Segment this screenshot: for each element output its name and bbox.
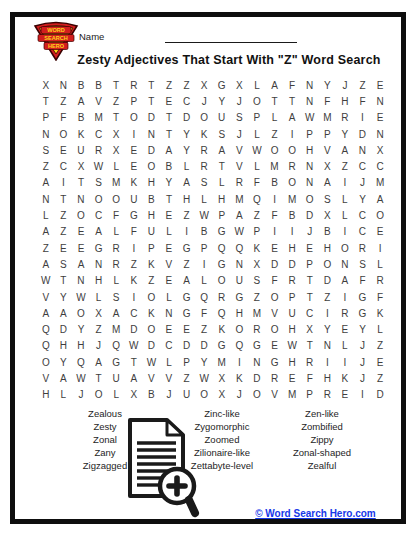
grid-cell-r16c10[interactable]: Z <box>195 321 213 337</box>
grid-cell-r16c9[interactable]: E <box>178 321 196 337</box>
grid-cell-r5c17[interactable]: V <box>319 142 337 158</box>
grid-cell-r19c8[interactable]: V <box>160 370 178 386</box>
grid-cell-r6c3[interactable]: X <box>72 158 90 174</box>
grid-cell-r3c19[interactable]: I <box>354 110 372 126</box>
grid-cell-r6c16[interactable]: N <box>301 158 319 174</box>
grid-cell-r10c13[interactable]: P <box>248 224 266 240</box>
grid-cell-r2c2[interactable]: Z <box>55 93 73 109</box>
grid-cell-r7c20[interactable]: M <box>371 175 389 191</box>
grid-cell-r4c16[interactable]: P <box>301 126 319 142</box>
grid-cell-r5c14[interactable]: O <box>266 142 284 158</box>
grid-cell-r11c18[interactable]: O <box>336 240 354 256</box>
grid-cell-r16c17[interactable]: Y <box>319 321 337 337</box>
grid-cell-r11c9[interactable]: G <box>178 240 196 256</box>
grid-cell-r15c15[interactable]: U <box>283 305 301 321</box>
grid-cell-r19c2[interactable]: A <box>55 370 73 386</box>
grid-cell-r11c5[interactable]: R <box>107 240 125 256</box>
grid-cell-r16c8[interactable]: E <box>160 321 178 337</box>
grid-cell-r20c12[interactable]: J <box>231 387 249 403</box>
grid-cell-r10c15[interactable]: I <box>283 224 301 240</box>
grid-cell-r3c10[interactable]: O <box>195 110 213 126</box>
grid-cell-r18c12[interactable]: I <box>231 354 249 370</box>
grid-cell-r12c9[interactable]: Z <box>178 256 196 272</box>
grid-cell-r8c2[interactable]: T <box>55 191 73 207</box>
grid-cell-r8c8[interactable]: T <box>160 191 178 207</box>
grid-cell-r8c16[interactable]: O <box>301 191 319 207</box>
grid-cell-r1c5[interactable]: T <box>107 77 125 93</box>
grid-cell-r4c19[interactable]: D <box>354 126 372 142</box>
grid-cell-r2c20[interactable]: N <box>371 93 389 109</box>
grid-cell-r16c6[interactable]: D <box>125 321 143 337</box>
grid-cell-r10c6[interactable]: F <box>125 224 143 240</box>
grid-cell-r6c1[interactable]: Z <box>37 158 55 174</box>
grid-cell-r1c13[interactable]: L <box>248 77 266 93</box>
grid-cell-r12c2[interactable]: S <box>55 256 73 272</box>
grid-cell-r3c18[interactable]: R <box>336 110 354 126</box>
grid-cell-r1c1[interactable]: X <box>37 77 55 93</box>
grid-cell-r4c14[interactable]: Z <box>266 126 284 142</box>
grid-cell-r11c19[interactable]: R <box>354 240 372 256</box>
grid-cell-r10c11[interactable]: G <box>213 224 231 240</box>
grid-cell-r16c20[interactable]: L <box>371 321 389 337</box>
grid-cell-r9c16[interactable]: D <box>301 207 319 223</box>
grid-cell-r7c18[interactable]: I <box>336 175 354 191</box>
grid-cell-r7c13[interactable]: F <box>248 175 266 191</box>
grid-cell-r9c17[interactable]: X <box>319 207 337 223</box>
grid-cell-r6c4[interactable]: W <box>90 158 108 174</box>
grid-cell-r15c1[interactable]: A <box>37 305 55 321</box>
grid-cell-r17c14[interactable]: E <box>266 338 284 354</box>
grid-cell-r15c2[interactable]: A <box>55 305 73 321</box>
grid-cell-r2c13[interactable]: O <box>248 93 266 109</box>
grid-cell-r5c5[interactable]: X <box>107 142 125 158</box>
grid-cell-r7c4[interactable]: S <box>90 175 108 191</box>
grid-cell-r11c16[interactable]: E <box>301 240 319 256</box>
grid-cell-r13c18[interactable]: A <box>336 273 354 289</box>
grid-cell-r7c5[interactable]: M <box>107 175 125 191</box>
grid-cell-r3c9[interactable]: D <box>178 110 196 126</box>
grid-cell-r11c4[interactable]: G <box>90 240 108 256</box>
grid-cell-r12c4[interactable]: N <box>90 256 108 272</box>
grid-cell-r12c16[interactable]: P <box>301 256 319 272</box>
grid-cell-r5c20[interactable]: X <box>371 142 389 158</box>
grid-cell-r15c20[interactable]: K <box>371 305 389 321</box>
grid-cell-r8c11[interactable]: H <box>213 191 231 207</box>
grid-cell-r8c3[interactable]: N <box>72 191 90 207</box>
grid-cell-r11c11[interactable]: Q <box>213 240 231 256</box>
grid-cell-r4c8[interactable]: T <box>160 126 178 142</box>
grid-cell-r1c18[interactable]: J <box>336 77 354 93</box>
grid-cell-r11c10[interactable]: P <box>195 240 213 256</box>
grid-cell-r3c2[interactable]: F <box>55 110 73 126</box>
grid-cell-r15c11[interactable]: Q <box>213 305 231 321</box>
grid-cell-r13c14[interactable]: F <box>266 273 284 289</box>
grid-cell-r7c12[interactable]: R <box>231 175 249 191</box>
grid-cell-r17c8[interactable]: C <box>160 338 178 354</box>
grid-cell-r6c10[interactable]: R <box>195 158 213 174</box>
grid-cell-r18c6[interactable]: T <box>125 354 143 370</box>
grid-cell-r14c8[interactable]: L <box>160 289 178 305</box>
grid-cell-r14c5[interactable]: S <box>107 289 125 305</box>
grid-cell-r7c14[interactable]: B <box>266 175 284 191</box>
grid-cell-r17c2[interactable]: H <box>55 338 73 354</box>
grid-cell-r2c16[interactable]: N <box>301 93 319 109</box>
grid-cell-r19c13[interactable]: D <box>248 370 266 386</box>
grid-cell-r20c20[interactable]: D <box>371 387 389 403</box>
grid-cell-r10c9[interactable]: I <box>178 224 196 240</box>
grid-cell-r7c3[interactable]: T <box>72 175 90 191</box>
grid-cell-r10c8[interactable]: L <box>160 224 178 240</box>
grid-cell-r1c6[interactable]: R <box>125 77 143 93</box>
grid-cell-r1c15[interactable]: F <box>283 77 301 93</box>
grid-cell-r18c7[interactable]: W <box>143 354 161 370</box>
grid-cell-r14c6[interactable]: I <box>125 289 143 305</box>
grid-cell-r8c1[interactable]: N <box>37 191 55 207</box>
grid-cell-r5c15[interactable]: O <box>283 142 301 158</box>
grid-cell-r9c8[interactable]: E <box>160 207 178 223</box>
grid-cell-r14c20[interactable]: F <box>371 289 389 305</box>
grid-cell-r6c20[interactable]: C <box>371 158 389 174</box>
grid-cell-r18c10[interactable]: Y <box>195 354 213 370</box>
grid-cell-r17c11[interactable]: G <box>213 338 231 354</box>
grid-cell-r8c9[interactable]: H <box>178 191 196 207</box>
grid-cell-r4c2[interactable]: O <box>55 126 73 142</box>
grid-cell-r11c3[interactable]: E <box>72 240 90 256</box>
grid-cell-r6c11[interactable]: T <box>213 158 231 174</box>
grid-cell-r20c1[interactable]: H <box>37 387 55 403</box>
grid-cell-r3c16[interactable]: W <box>301 110 319 126</box>
grid-cell-r15c5[interactable]: A <box>107 305 125 321</box>
grid-cell-r9c5[interactable]: F <box>107 207 125 223</box>
grid-cell-r4c11[interactable]: S <box>213 126 231 142</box>
grid-cell-r9c10[interactable]: W <box>195 207 213 223</box>
grid-cell-r18c15[interactable]: H <box>283 354 301 370</box>
grid-cell-r14c10[interactable]: Q <box>195 289 213 305</box>
grid-cell-r18c5[interactable]: G <box>107 354 125 370</box>
grid-cell-r14c13[interactable]: Z <box>248 289 266 305</box>
grid-cell-r16c13[interactable]: R <box>248 321 266 337</box>
grid-cell-r5c3[interactable]: U <box>72 142 90 158</box>
grid-cell-r17c5[interactable]: Q <box>107 338 125 354</box>
grid-cell-r19c20[interactable]: Z <box>371 370 389 386</box>
grid-cell-r4c3[interactable]: K <box>72 126 90 142</box>
grid-cell-r11c7[interactable]: P <box>143 240 161 256</box>
grid-cell-r12c5[interactable]: R <box>107 256 125 272</box>
grid-cell-r1c9[interactable]: Z <box>178 77 196 93</box>
grid-cell-r3c6[interactable]: O <box>125 110 143 126</box>
grid-cell-r2c5[interactable]: Z <box>107 93 125 109</box>
grid-cell-r8c17[interactable]: S <box>319 191 337 207</box>
grid-cell-r17c3[interactable]: H <box>72 338 90 354</box>
grid-cell-r10c5[interactable]: L <box>107 224 125 240</box>
grid-cell-r5c11[interactable]: A <box>213 142 231 158</box>
grid-cell-r3c8[interactable]: T <box>160 110 178 126</box>
grid-cell-r3c12[interactable]: S <box>231 110 249 126</box>
grid-cell-r17c12[interactable]: Q <box>231 338 249 354</box>
grid-cell-r4c9[interactable]: Y <box>178 126 196 142</box>
grid-cell-r19c3[interactable]: W <box>72 370 90 386</box>
grid-cell-r18c18[interactable]: I <box>336 354 354 370</box>
grid-cell-r10c7[interactable]: U <box>143 224 161 240</box>
grid-cell-r17c18[interactable]: L <box>336 338 354 354</box>
grid-cell-r7c15[interactable]: O <box>283 175 301 191</box>
grid-cell-r7c6[interactable]: K <box>125 175 143 191</box>
grid-cell-r1c7[interactable]: T <box>143 77 161 93</box>
grid-cell-r17c16[interactable]: T <box>301 338 319 354</box>
grid-cell-r2c4[interactable]: V <box>90 93 108 109</box>
grid-cell-r1c14[interactable]: A <box>266 77 284 93</box>
grid-cell-r15c17[interactable]: I <box>319 305 337 321</box>
grid-cell-r2c1[interactable]: T <box>37 93 55 109</box>
grid-cell-r6c14[interactable]: M <box>266 158 284 174</box>
grid-cell-r9c20[interactable]: O <box>371 207 389 223</box>
grid-cell-r20c5[interactable]: L <box>107 387 125 403</box>
grid-cell-r10c19[interactable]: C <box>354 224 372 240</box>
grid-cell-r5c6[interactable]: E <box>125 142 143 158</box>
grid-cell-r13c10[interactable]: L <box>195 273 213 289</box>
grid-cell-r14c18[interactable]: I <box>336 289 354 305</box>
grid-cell-r1c16[interactable]: N <box>301 77 319 93</box>
grid-cell-r15c8[interactable]: N <box>160 305 178 321</box>
grid-cell-r13c9[interactable]: A <box>178 273 196 289</box>
grid-cell-r6c12[interactable]: V <box>231 158 249 174</box>
grid-cell-r16c2[interactable]: D <box>55 321 73 337</box>
grid-cell-r8c19[interactable]: Y <box>354 191 372 207</box>
grid-cell-r2c3[interactable]: A <box>72 93 90 109</box>
grid-cell-r11c2[interactable]: E <box>55 240 73 256</box>
grid-cell-r13c5[interactable]: L <box>107 273 125 289</box>
grid-cell-r3c15[interactable]: A <box>283 110 301 126</box>
grid-cell-r7c9[interactable]: A <box>178 175 196 191</box>
grid-cell-r18c3[interactable]: Q <box>72 354 90 370</box>
grid-cell-r3c20[interactable]: E <box>371 110 389 126</box>
grid-cell-r20c7[interactable]: B <box>143 387 161 403</box>
grid-cell-r13c17[interactable]: D <box>319 273 337 289</box>
grid-cell-r20c11[interactable]: X <box>213 387 231 403</box>
grid-cell-r17c15[interactable]: W <box>283 338 301 354</box>
grid-cell-r12c13[interactable]: X <box>248 256 266 272</box>
grid-cell-r9c18[interactable]: L <box>336 207 354 223</box>
grid-cell-r20c8[interactable]: J <box>160 387 178 403</box>
grid-cell-r3c14[interactable]: L <box>266 110 284 126</box>
grid-cell-r6c6[interactable]: E <box>125 158 143 174</box>
grid-cell-r17c10[interactable]: D <box>195 338 213 354</box>
grid-cell-r11c14[interactable]: E <box>266 240 284 256</box>
grid-cell-r5c2[interactable]: E <box>55 142 73 158</box>
grid-cell-r14c1[interactable]: V <box>37 289 55 305</box>
grid-cell-r19c6[interactable]: A <box>125 370 143 386</box>
grid-cell-r15c18[interactable]: R <box>336 305 354 321</box>
grid-cell-r7c11[interactable]: L <box>213 175 231 191</box>
grid-cell-r1c17[interactable]: Y <box>319 77 337 93</box>
grid-cell-r13c16[interactable]: T <box>301 273 319 289</box>
grid-cell-r16c15[interactable]: H <box>283 321 301 337</box>
grid-cell-r5c19[interactable]: N <box>354 142 372 158</box>
grid-cell-r17c9[interactable]: D <box>178 338 196 354</box>
grid-cell-r17c19[interactable]: J <box>354 338 372 354</box>
grid-cell-r16c1[interactable]: Q <box>37 321 55 337</box>
grid-cell-r4c17[interactable]: P <box>319 126 337 142</box>
grid-cell-r4c4[interactable]: C <box>90 126 108 142</box>
grid-cell-r18c1[interactable]: O <box>37 354 55 370</box>
grid-cell-r16c11[interactable]: K <box>213 321 231 337</box>
grid-cell-r4c5[interactable]: X <box>107 126 125 142</box>
grid-cell-r19c7[interactable]: V <box>143 370 161 386</box>
grid-cell-r19c18[interactable]: K <box>336 370 354 386</box>
grid-cell-r7c19[interactable]: J <box>354 175 372 191</box>
grid-cell-r10c16[interactable]: J <box>301 224 319 240</box>
grid-cell-r10c20[interactable]: E <box>371 224 389 240</box>
grid-cell-r6c17[interactable]: X <box>319 158 337 174</box>
grid-cell-r18c14[interactable]: G <box>266 354 284 370</box>
grid-cell-r18c2[interactable]: Y <box>55 354 73 370</box>
grid-cell-r14c9[interactable]: G <box>178 289 196 305</box>
grid-cell-r19c12[interactable]: K <box>231 370 249 386</box>
grid-cell-r9c14[interactable]: F <box>266 207 284 223</box>
grid-cell-r8c10[interactable]: L <box>195 191 213 207</box>
grid-cell-r19c4[interactable]: T <box>90 370 108 386</box>
grid-cell-r5c9[interactable]: Y <box>178 142 196 158</box>
grid-cell-r16c5[interactable]: M <box>107 321 125 337</box>
grid-cell-r10c4[interactable]: A <box>90 224 108 240</box>
grid-cell-r4c7[interactable]: N <box>143 126 161 142</box>
grid-cell-r11c13[interactable]: K <box>248 240 266 256</box>
grid-cell-r18c19[interactable]: J <box>354 354 372 370</box>
grid-cell-r10c2[interactable]: Z <box>55 224 73 240</box>
grid-cell-r12c19[interactable]: S <box>354 256 372 272</box>
grid-cell-r20c6[interactable]: X <box>125 387 143 403</box>
grid-cell-r17c13[interactable]: G <box>248 338 266 354</box>
grid-cell-r9c2[interactable]: Z <box>55 207 73 223</box>
grid-cell-r4c13[interactable]: L <box>248 126 266 142</box>
grid-cell-r15c4[interactable]: X <box>90 305 108 321</box>
grid-cell-r16c3[interactable]: Y <box>72 321 90 337</box>
grid-cell-r16c19[interactable]: Y <box>354 321 372 337</box>
grid-cell-r4c1[interactable]: N <box>37 126 55 142</box>
grid-cell-r9c6[interactable]: G <box>125 207 143 223</box>
word-search-hero-link[interactable]: © Word Search Hero.com <box>255 508 376 519</box>
grid-cell-r1c3[interactable]: B <box>72 77 90 93</box>
grid-cell-r15c13[interactable]: M <box>248 305 266 321</box>
grid-cell-r18c4[interactable]: A <box>90 354 108 370</box>
grid-cell-r13c7[interactable]: Z <box>143 273 161 289</box>
grid-cell-r3c11[interactable]: U <box>213 110 231 126</box>
grid-cell-r6c19[interactable]: C <box>354 158 372 174</box>
grid-cell-r12c7[interactable]: K <box>143 256 161 272</box>
grid-cell-r8c18[interactable]: L <box>336 191 354 207</box>
grid-cell-r5c18[interactable]: A <box>336 142 354 158</box>
grid-cell-r15c10[interactable]: F <box>195 305 213 321</box>
grid-cell-r5c8[interactable]: A <box>160 142 178 158</box>
grid-cell-r20c2[interactable]: L <box>55 387 73 403</box>
grid-cell-r8c14[interactable]: I <box>266 191 284 207</box>
grid-cell-r18c13[interactable]: N <box>248 354 266 370</box>
grid-cell-r3c7[interactable]: D <box>143 110 161 126</box>
grid-cell-r19c19[interactable]: J <box>354 370 372 386</box>
grid-cell-r13c12[interactable]: U <box>231 273 249 289</box>
grid-cell-r13c3[interactable]: N <box>72 273 90 289</box>
grid-cell-r11c12[interactable]: Q <box>231 240 249 256</box>
grid-cell-r1c19[interactable]: Z <box>354 77 372 93</box>
grid-cell-r8c4[interactable]: O <box>90 191 108 207</box>
grid-cell-r2c6[interactable]: P <box>125 93 143 109</box>
grid-cell-r20c19[interactable]: I <box>354 387 372 403</box>
grid-cell-r19c5[interactable]: U <box>107 370 125 386</box>
grid-cell-r1c11[interactable]: G <box>213 77 231 93</box>
grid-cell-r17c4[interactable]: J <box>90 338 108 354</box>
grid-cell-r7c16[interactable]: N <box>301 175 319 191</box>
grid-cell-r4c18[interactable]: Y <box>336 126 354 142</box>
grid-cell-r17c1[interactable]: Q <box>37 338 55 354</box>
grid-cell-r1c20[interactable]: E <box>371 77 389 93</box>
grid-cell-r16c16[interactable]: X <box>301 321 319 337</box>
grid-cell-r15c6[interactable]: C <box>125 305 143 321</box>
grid-cell-r17c20[interactable]: Z <box>371 338 389 354</box>
grid-cell-r14c7[interactable]: O <box>143 289 161 305</box>
grid-cell-r3c5[interactable]: T <box>107 110 125 126</box>
grid-cell-r6c7[interactable]: O <box>143 158 161 174</box>
grid-cell-r7c7[interactable]: H <box>143 175 161 191</box>
grid-cell-r6c2[interactable]: C <box>55 158 73 174</box>
grid-cell-r20c14[interactable]: V <box>266 387 284 403</box>
grid-cell-r14c16[interactable]: T <box>301 289 319 305</box>
grid-cell-r1c10[interactable]: X <box>195 77 213 93</box>
grid-cell-r7c17[interactable]: A <box>319 175 337 191</box>
grid-cell-r13c4[interactable]: H <box>90 273 108 289</box>
grid-cell-r12c14[interactable]: D <box>266 256 284 272</box>
grid-cell-r11c6[interactable]: I <box>125 240 143 256</box>
grid-cell-r20c16[interactable]: P <box>301 387 319 403</box>
grid-cell-r2c15[interactable]: T <box>283 93 301 109</box>
grid-cell-r4c15[interactable]: I <box>283 126 301 142</box>
grid-cell-r2c18[interactable]: H <box>336 93 354 109</box>
grid-cell-r15c3[interactable]: O <box>72 305 90 321</box>
grid-cell-r8c13[interactable]: Q <box>248 191 266 207</box>
grid-cell-r12c18[interactable]: N <box>336 256 354 272</box>
grid-cell-r19c15[interactable]: E <box>283 370 301 386</box>
grid-cell-r20c10[interactable]: O <box>195 387 213 403</box>
grid-cell-r16c12[interactable]: O <box>231 321 249 337</box>
grid-cell-r2c7[interactable]: T <box>143 93 161 109</box>
grid-cell-r1c8[interactable]: Z <box>160 77 178 93</box>
grid-cell-r20c18[interactable]: E <box>336 387 354 403</box>
grid-cell-r6c15[interactable]: R <box>283 158 301 174</box>
grid-cell-r15c14[interactable]: V <box>266 305 284 321</box>
grid-cell-r13c8[interactable]: E <box>160 273 178 289</box>
grid-cell-r9c4[interactable]: C <box>90 207 108 223</box>
grid-cell-r12c10[interactable]: I <box>195 256 213 272</box>
grid-cell-r8c12[interactable]: M <box>231 191 249 207</box>
grid-cell-r17c7[interactable]: D <box>143 338 161 354</box>
grid-cell-r2c10[interactable]: J <box>195 93 213 109</box>
grid-cell-r9c9[interactable]: Z <box>178 207 196 223</box>
grid-cell-r12c12[interactable]: N <box>231 256 249 272</box>
grid-cell-r1c4[interactable]: B <box>90 77 108 93</box>
grid-cell-r3c1[interactable]: P <box>37 110 55 126</box>
grid-cell-r2c8[interactable]: E <box>160 93 178 109</box>
grid-cell-r4c20[interactable]: N <box>371 126 389 142</box>
grid-cell-r10c17[interactable]: B <box>319 224 337 240</box>
grid-cell-r16c18[interactable]: E <box>336 321 354 337</box>
grid-cell-r10c14[interactable]: I <box>266 224 284 240</box>
grid-cell-r3c17[interactable]: M <box>319 110 337 126</box>
grid-cell-r9c7[interactable]: H <box>143 207 161 223</box>
grid-cell-r5c10[interactable]: R <box>195 142 213 158</box>
grid-cell-r4c12[interactable]: J <box>231 126 249 142</box>
grid-cell-r16c14[interactable]: O <box>266 321 284 337</box>
grid-cell-r1c12[interactable]: X <box>231 77 249 93</box>
grid-cell-r20c9[interactable]: U <box>178 387 196 403</box>
